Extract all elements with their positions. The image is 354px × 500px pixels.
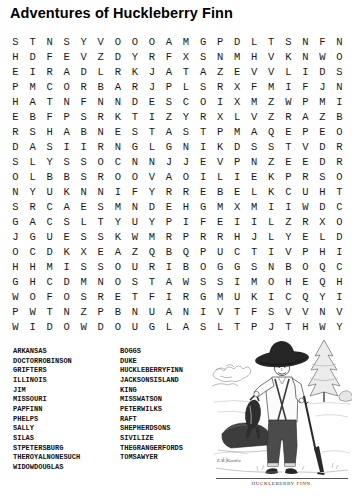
grid-cell: T [195,124,212,139]
grid-cell: S [263,139,280,154]
grid-cell: C [41,200,58,215]
grid-cell: P [195,245,212,260]
grid-cell: E [58,49,75,64]
grid-cell: D [92,320,109,335]
grid-cell: R [41,64,58,79]
grid-cell: N [212,49,229,64]
grid-cell: I [331,290,348,305]
word-list-item: SILAS [13,434,80,444]
grid-cell: S [75,260,92,275]
grid-cell: G [7,215,24,230]
word-list-item: ILLINOIS [13,376,80,386]
grid-cell: O [109,260,126,275]
grid-cell: O [177,169,194,184]
grid-cell: O [297,260,314,275]
word-list-item: ARKANSAS [13,347,80,357]
grid-cell: A [297,109,314,124]
grid-cell: F [160,49,177,64]
grid-cell: S [24,124,41,139]
grid-cell: P [280,169,297,184]
word-list-item: SHEPHERDSONS [120,424,183,434]
grid-cell: X [212,109,229,124]
grid-cell: J [143,64,160,79]
word-list-item: MISSOURI [13,395,80,405]
grid-cell: S [92,200,109,215]
grid-cell: I [58,260,75,275]
grid-cell: H [297,320,314,335]
grid-cell: A [24,94,41,109]
grid-cell: U [126,260,143,275]
grid-cell: R [212,79,229,94]
grid-cell: C [109,154,126,169]
grid-cell: O [58,320,75,335]
trousers [267,420,297,466]
grid-cell: E [297,275,314,290]
grid-cell: O [195,260,212,275]
grid-cell: R [92,290,109,305]
grid-cell: D [75,64,92,79]
word-list-item: GRIFTERS [13,366,80,376]
grid-cell: I [177,215,194,230]
grid-cell: X [229,200,246,215]
grid-cell: B [109,305,126,320]
grid-cell: M [212,200,229,215]
grid-cell: Q [297,290,314,305]
grid-cell: D [41,245,58,260]
grid-cell: E [212,215,229,230]
grid-cell: W [297,200,314,215]
huck-figure [254,339,310,474]
grid-cell: I [195,169,212,184]
grid-cell: T [24,34,41,49]
grid-cell: E [314,124,331,139]
grid-cell: F [297,79,314,94]
grid-cell: N [263,260,280,275]
grid-cell: N [75,185,92,200]
grid-cell: Z [75,305,92,320]
artist-signature: E.W. Kemble [216,458,241,463]
grid-cell: F [246,79,263,94]
grid-cell: S [75,290,92,305]
word-list-item: THEROYALNONESUCH [13,453,80,463]
grid-cell: E [160,200,177,215]
grid-cell: N [109,94,126,109]
grid-cell: S [7,200,24,215]
rock [218,423,272,452]
grid-cell: R [24,200,41,215]
grid-cell: F [41,290,58,305]
grid-cell: Y [109,215,126,230]
grid-cell: H [314,245,331,260]
grid-cell: V [280,305,297,320]
grid-cell: S [126,275,143,290]
bush-right [339,391,352,402]
grid-cell: Y [143,215,160,230]
grid-cell: S [126,124,143,139]
grid-cell: Q [263,124,280,139]
grid-cell: E [7,109,24,124]
grid-cell: U [143,305,160,320]
grid-cell: M [24,79,41,94]
grid-cell: V [246,64,263,79]
grid-cell: A [160,64,177,79]
grid-cell: A [160,34,177,49]
grid-cell: R [195,109,212,124]
grid-cell: A [177,320,194,335]
grid-cell: N [7,185,24,200]
grid-cell: C [41,215,58,230]
grid-cell: I [143,109,160,124]
grid-cell: O [143,34,160,49]
grid-cell: T [92,215,109,230]
grid-cell: L [75,215,92,230]
grid-cell: A [109,245,126,260]
grid-cell: A [246,124,263,139]
word-list-item: JIM [13,386,80,396]
grid-cell: Y [41,154,58,169]
grid-cell: V [143,169,160,184]
grid-cell: B [177,260,194,275]
grid-cell: R [92,139,109,154]
grid-cell: D [331,230,348,245]
grid-cell: E [195,185,212,200]
grid-cell: R [7,124,24,139]
grid-cell: R [331,154,348,169]
grid-cell: H [7,49,24,64]
grid-cell: O [109,320,126,335]
grid-cell: Z [160,109,177,124]
grid-cell: O [92,154,109,169]
grid-cell: S [246,260,263,275]
grid-cell: T [229,320,246,335]
grid-cell: S [75,169,92,184]
grid-cell: R [92,169,109,184]
grid-cell: P [229,154,246,169]
grid-cell: R [109,64,126,79]
grid-cell: N [92,94,109,109]
grid-cell: W [280,94,297,109]
grid-cell: G [160,139,177,154]
word-list-item: BOGGS [120,347,183,357]
grid-cell: H [7,260,24,275]
grid-cell: Z [263,109,280,124]
grid-cell: N [58,94,75,109]
grid-cell: E [195,154,212,169]
grid-cell: K [126,64,143,79]
grid-cell: S [314,169,331,184]
grid-cell: B [24,109,41,124]
grid-cell: L [229,109,246,124]
grid-cell: K [280,49,297,64]
grid-cell: T [126,290,143,305]
grid-cell: E [229,64,246,79]
grid-cell: Z [280,215,297,230]
grid-cell: N [177,139,194,154]
grid-cell: J [246,230,263,245]
grid-cell: Y [280,230,297,245]
grid-cell: H [229,230,246,245]
grid-cell: A [195,64,212,79]
grid-cell: A [160,305,177,320]
grid-cell: I [297,64,314,79]
grid-cell: I [75,139,92,154]
grid-cell: O [7,169,24,184]
grid-cell: N [92,124,109,139]
grid-cell: S [280,34,297,49]
grid-cell: G [24,230,41,245]
grid-cell: L [177,79,194,94]
grid-cell: P [177,230,194,245]
grid-cell: I [229,215,246,230]
grid-cell: V [263,64,280,79]
grid-cell: B [41,169,58,184]
grid-cell: E [297,230,314,245]
grid-cell: O [7,245,24,260]
grid-cell: E [143,94,160,109]
grid-cell: I [263,245,280,260]
grid-cell: P [7,79,24,94]
grid-cell: U [41,230,58,245]
grid-cell: O [109,275,126,290]
grid-cell: N [41,34,58,49]
grid-cell: I [160,260,177,275]
grid-cell: I [109,185,126,200]
grid-cell: S [41,139,58,154]
grid-cell: T [177,64,194,79]
grid-cell: N [177,305,194,320]
grid-cell: S [195,49,212,64]
grid-cell: O [58,79,75,94]
word-list-item: DOCTORROBINSON [13,357,80,367]
grid-cell: B [212,185,229,200]
grid-cell: D [229,139,246,154]
grid-cell: J [314,79,331,94]
grid-cell: N [297,34,314,49]
grid-cell: D [314,200,331,215]
grid-cell: L [212,169,229,184]
right-foot [285,468,298,474]
grid-cell: W [7,320,24,335]
grid-cell: L [263,215,280,230]
grid-cell: I [280,200,297,215]
grid-cell: N [126,154,143,169]
grid-cell: T [229,305,246,320]
word-list-item: RAFT [120,415,183,425]
grid-cell: D [24,49,41,64]
grid-cell: M [246,275,263,290]
grid-cell: T [263,34,280,49]
grid-cell: L [280,64,297,79]
huck-finn-drawing: E.W. Kemble [212,334,352,476]
grid-cell: G [195,34,212,49]
illustration-caption: HUCKLEBERRY FINN. [212,481,352,486]
grid-cell: I [212,94,229,109]
grid-cell: S [7,34,24,49]
grid-cell: W [314,49,331,64]
grid-cell: Z [314,109,331,124]
grid-cell: W [177,275,194,290]
grid-cell: D [229,34,246,49]
grid-cell: X [229,94,246,109]
grid-cell: P [297,94,314,109]
grid-cell: P [160,215,177,230]
word-list-item: STPETERSBURG [13,444,80,454]
grid-cell: M [263,79,280,94]
grid-cell: O [24,290,41,305]
grid-cell: H [331,275,348,290]
grid-cell: H [24,260,41,275]
grid-cell: R [143,49,160,64]
word-list-item: SIVILIZE [120,434,183,444]
grid-cell: O [195,94,212,109]
grid-cell: U [126,320,143,335]
grid-cell: X [229,79,246,94]
grid-cell: M [177,34,194,49]
grid-cell: A [109,79,126,94]
grid-cell: I [280,79,297,94]
grid-cell: R [160,230,177,245]
grid-cell: K [109,230,126,245]
grid-cell: E [280,154,297,169]
grid-cell: C [280,185,297,200]
grid-cell: E [280,124,297,139]
grid-cell: S [177,124,194,139]
grid-cell: N [314,305,331,320]
grid-cell: O [331,124,348,139]
grid-cell: K [109,109,126,124]
grid-cell: Y [75,34,92,49]
grid-cell: V [212,154,229,169]
grid-cell: R [297,215,314,230]
grid-cell: R [212,230,229,245]
grid-cell: C [177,94,194,109]
grid-cell: Q [314,260,331,275]
grid-cell: M [143,230,160,245]
grid-cell: S [75,154,92,169]
grid-cell: P [160,79,177,94]
grid-cell: O [126,34,143,49]
grid-cell: C [229,245,246,260]
grid-cell: N [58,305,75,320]
grid-cell: Y [177,109,194,124]
grid-cell: W [24,305,41,320]
grid-cell: J [7,230,24,245]
grid-cell: D [58,275,75,290]
grid-cell: D [314,139,331,154]
bushes-left [212,365,251,386]
caption-rule [216,478,348,479]
grid-cell: E [7,64,24,79]
grid-cell: T [41,94,58,109]
grid-cell: T [143,275,160,290]
grid-cell: D [126,94,143,109]
grid-cell: Y [314,290,331,305]
grid-cell: L [143,139,160,154]
grid-cell: T [246,245,263,260]
grid-cell: L [24,169,41,184]
word-list-item: SALLY [13,424,80,434]
grid-cell: E [75,200,92,215]
grid-cell: B [75,124,92,139]
word-list-item: JACKSONSISLAND [120,376,183,386]
word-list-item: PHELPS [13,415,80,425]
grid-cell: L [92,64,109,79]
grid-cell: D [143,200,160,215]
grid-cell: L [246,185,263,200]
grid-cell: A [58,200,75,215]
grid-cell: P [92,305,109,320]
grid-cell: Z [263,94,280,109]
grid-cell: V [212,305,229,320]
grid-cell: M [212,290,229,305]
grid-cell: R [160,185,177,200]
grid-cell: J [143,79,160,94]
grid-cell: O [331,215,348,230]
word-list-item: WIDOWDOUGLAS [13,463,80,473]
grid-cell: K [212,139,229,154]
grid-cell: S [7,154,24,169]
grid-cell: V [297,139,314,154]
grid-cell: V [280,245,297,260]
grid-cell: O [109,169,126,184]
grid-cell: Z [126,245,143,260]
grid-cell: R [195,230,212,245]
grid-cell: A [58,124,75,139]
grid-cell: T [280,139,297,154]
grid-cell: H [7,94,24,109]
grid-cell: F [195,215,212,230]
grid-cell: S [212,275,229,290]
grid-cell: P [7,305,24,320]
grid-cell: B [92,79,109,94]
grid-cell: M [314,94,331,109]
grid-cell: P [212,124,229,139]
grid-cell: L [246,34,263,49]
grid-cell: E [92,245,109,260]
grid-cell: M [229,124,246,139]
grid-cell: O [331,49,348,64]
grid-cell: T [331,185,348,200]
grid-cell: G [229,260,246,275]
grid-cell: P [246,320,263,335]
grid-cell: G [126,139,143,154]
grid-cell: S [195,320,212,335]
word-search-grid: STNSYVOOOAMGPDLTSNFNHDFEVZDYRFXSNMHVKNWO… [7,34,348,335]
grid-cell: I [263,290,280,305]
grid-cell: E [109,290,126,305]
grid-cell: X [177,49,194,64]
grid-cell: I [246,215,263,230]
grid-cell: W [314,320,331,335]
grid-cell: D [7,139,24,154]
grid-cell: S [58,34,75,49]
word-list-item: HUCKLEBERRYFINN [120,366,183,376]
grid-cell: B [58,169,75,184]
grid-cell: I [160,290,177,305]
grid-cell: O [263,275,280,290]
grid-cell: X [314,215,331,230]
grid-cell: I [331,94,348,109]
grid-cell: D [109,49,126,64]
grid-cell: Q [177,245,194,260]
grid-cell: D [314,154,331,169]
grid-cell: H [24,275,41,290]
grid-cell: Y [24,185,41,200]
grid-cell: S [263,305,280,320]
grid-cell: G [7,275,24,290]
grid-cell: I [24,64,41,79]
grid-cell: Z [263,154,280,169]
